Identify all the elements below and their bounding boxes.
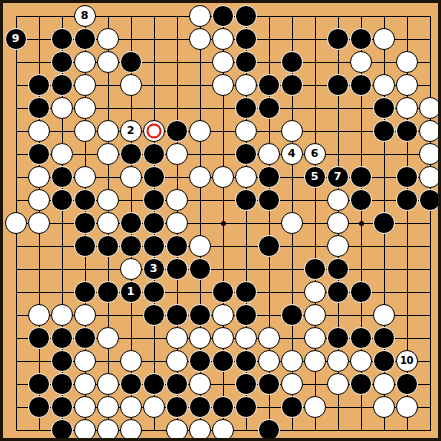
white-stone [281,350,303,372]
white-stone [120,350,142,372]
white-stone [166,189,188,211]
black-stone [350,28,372,50]
black-stone [28,97,50,119]
white-stone [304,281,326,303]
black-stone [28,143,50,165]
white-stone [97,373,119,395]
black-stone [281,51,303,73]
black-stone [74,281,96,303]
black-stone [143,373,165,395]
black-stone [120,51,142,73]
white-stone [212,74,234,96]
black-stone [350,166,372,188]
white-stone [189,327,211,349]
white-stone [281,120,303,142]
black-stone [28,327,50,349]
white-stone [74,373,96,395]
white-stone [74,419,96,441]
white-stone [396,97,418,119]
black-stone [28,373,50,395]
black-stone [327,327,349,349]
black-stone [120,212,142,234]
board: 89246573110 [3,3,438,438]
white-stone [143,120,165,142]
black-stone [120,373,142,395]
black-stone [281,396,303,418]
black-stone [258,166,280,188]
black-stone [189,396,211,418]
black-stone [373,120,395,142]
black-stone: 3 [143,258,165,280]
black-stone [258,189,280,211]
white-stone [120,74,142,96]
white-stone [281,373,303,395]
white-stone [235,327,257,349]
black-stone [258,419,280,441]
black-stone [166,373,188,395]
black-stone [235,281,257,303]
grid-line-vertical [430,16,431,431]
black-stone [373,97,395,119]
black-stone [189,258,211,280]
black-stone [350,189,372,211]
white-stone [419,97,441,119]
white-stone [304,350,326,372]
white-stone [166,143,188,165]
white-stone [235,166,257,188]
white-stone [51,143,73,165]
white-stone [350,51,372,73]
white-stone [189,120,211,142]
white-stone [166,419,188,441]
black-stone [373,212,395,234]
white-stone [28,212,50,234]
black-stone [327,74,349,96]
black-stone [74,212,96,234]
white-stone [97,327,119,349]
go-board-diagram: 89246573110 [0,0,441,441]
white-stone [51,97,73,119]
white-stone [258,350,280,372]
white-stone [258,143,280,165]
white-stone [419,166,441,188]
white-stone [235,74,257,96]
black-stone [143,189,165,211]
black-stone [327,28,349,50]
white-stone [327,373,349,395]
black-stone [327,258,349,280]
black-stone: 1 [120,281,142,303]
white-stone [97,143,119,165]
black-stone [74,189,96,211]
white-stone [327,350,349,372]
move-number-label: 4 [288,148,296,159]
black-stone [212,281,234,303]
black-stone [235,28,257,50]
white-stone [97,189,119,211]
white-stone [304,327,326,349]
white-stone [373,373,395,395]
black-stone [350,281,372,303]
black-stone [28,74,50,96]
black-stone [51,396,73,418]
white-stone [120,166,142,188]
white-stone: 6 [304,143,326,165]
white-stone [97,396,119,418]
black-stone [97,235,119,257]
white-stone [396,396,418,418]
white-stone [212,419,234,441]
white-stone [396,51,418,73]
white-stone [51,304,73,326]
black-stone [120,143,142,165]
black-stone [51,419,73,441]
black-stone [74,327,96,349]
black-stone [396,189,418,211]
black-stone [258,373,280,395]
move-number-label: 6 [311,148,319,159]
black-stone [396,373,418,395]
black-stone [235,97,257,119]
black-stone [350,74,372,96]
black-stone [51,373,73,395]
black-stone [143,143,165,165]
black-stone: 5 [304,166,326,188]
white-stone [235,120,257,142]
white-stone [120,419,142,441]
white-stone: 2 [120,120,142,142]
black-stone [235,304,257,326]
black-stone [212,5,234,27]
black-stone [235,396,257,418]
white-stone [28,189,50,211]
black-stone [166,396,188,418]
white-stone [419,143,441,165]
white-stone [373,304,395,326]
white-stone [5,212,27,234]
black-stone [373,327,395,349]
white-stone [97,120,119,142]
black-stone [258,97,280,119]
move-number-label: 1 [127,286,135,297]
red-circle-marker [146,123,161,138]
white-stone [74,97,96,119]
black-stone [235,189,257,211]
white-stone [327,189,349,211]
white-stone [189,373,211,395]
grid-line-horizontal [16,269,431,270]
black-stone [166,258,188,280]
white-stone [143,396,165,418]
white-stone [166,212,188,234]
black-stone [51,327,73,349]
black-stone [212,350,234,372]
white-stone [120,396,142,418]
white-stone [74,166,96,188]
move-number-label: 5 [311,171,319,182]
black-stone [235,350,257,372]
black-stone [143,304,165,326]
black-stone [235,51,257,73]
black-stone [74,235,96,257]
black-stone: 7 [327,166,349,188]
black-stone [281,304,303,326]
white-stone [28,120,50,142]
black-stone [74,28,96,50]
white-stone [327,212,349,234]
white-stone [97,28,119,50]
black-stone [166,235,188,257]
black-stone [189,304,211,326]
black-stone [304,258,326,280]
white-stone [304,396,326,418]
black-stone [350,327,372,349]
white-stone [212,327,234,349]
black-stone [51,28,73,50]
white-stone [212,51,234,73]
black-stone [51,51,73,73]
black-stone [258,235,280,257]
move-number-label: 2 [127,125,135,136]
white-stone [419,120,441,142]
white-stone [212,166,234,188]
white-stone [28,166,50,188]
white-stone [97,51,119,73]
white-stone [350,350,372,372]
black-stone [143,166,165,188]
white-stone [373,28,395,50]
white-stone [373,396,395,418]
white-stone [189,166,211,188]
white-stone [212,304,234,326]
black-stone [51,166,73,188]
white-stone [74,74,96,96]
black-stone [327,281,349,303]
star-point [221,221,226,226]
black-stone [189,350,211,372]
white-stone: 8 [74,5,96,27]
white-stone: 10 [396,350,418,372]
white-stone [304,304,326,326]
black-stone: 9 [5,28,27,50]
black-stone [143,235,165,257]
white-stone [396,74,418,96]
white-stone [189,419,211,441]
white-stone [28,304,50,326]
white-stone [74,120,96,142]
black-stone [51,74,73,96]
white-stone [74,51,96,73]
black-stone [51,350,73,372]
white-stone [74,396,96,418]
white-stone: 4 [281,143,303,165]
black-stone [166,304,188,326]
white-stone [258,327,280,349]
black-stone [281,74,303,96]
black-stone [28,396,50,418]
white-stone [74,304,96,326]
white-stone [281,212,303,234]
white-stone [166,327,188,349]
white-stone [373,74,395,96]
white-stone [74,350,96,372]
star-point [359,221,364,226]
black-stone [212,396,234,418]
white-stone [327,235,349,257]
white-stone [97,212,119,234]
white-stone [166,350,188,372]
black-stone [350,373,372,395]
white-stone [189,235,211,257]
black-stone [235,5,257,27]
black-stone [166,120,188,142]
black-stone [51,189,73,211]
black-stone [143,281,165,303]
black-stone [373,350,395,372]
white-stone [189,5,211,27]
move-number-label: 9 [12,33,20,44]
black-stone [97,281,119,303]
black-stone [235,373,257,395]
move-number-label: 7 [334,171,342,182]
black-stone [258,74,280,96]
black-stone [120,235,142,257]
black-stone [396,166,418,188]
white-stone [97,419,119,441]
black-stone [419,189,441,211]
white-stone [212,28,234,50]
black-stone [396,120,418,142]
white-stone [120,258,142,280]
white-stone [189,28,211,50]
move-number-label: 3 [150,263,158,274]
move-number-label: 8 [81,10,89,21]
black-stone [235,143,257,165]
black-stone [143,212,165,234]
move-number-label: 10 [400,356,413,366]
